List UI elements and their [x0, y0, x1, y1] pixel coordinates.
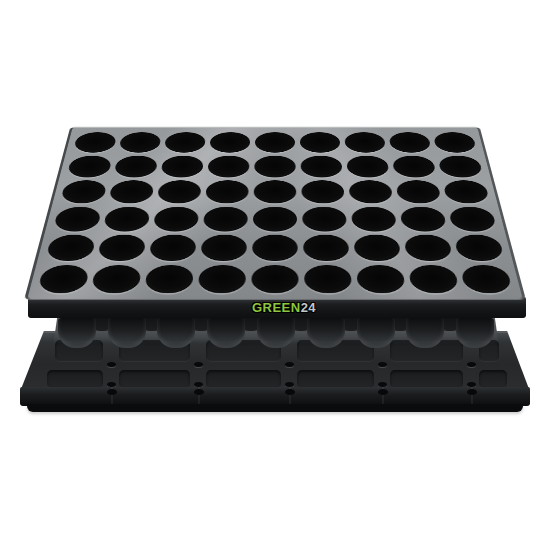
cell-hole — [301, 180, 345, 203]
tray-cell — [49, 205, 105, 233]
tray-cell — [249, 233, 301, 263]
tray-cell — [301, 263, 356, 295]
tray-cell — [298, 154, 346, 179]
tray-cell — [440, 179, 494, 205]
tray-cell — [200, 205, 251, 233]
cell-hole — [353, 235, 401, 261]
cell-hole — [303, 235, 350, 261]
cell-hole — [448, 207, 498, 232]
cell-cup-bottom — [307, 318, 345, 348]
cell-cup-bottom — [207, 318, 245, 348]
cell-hole — [408, 265, 460, 293]
product-photo: GREEN24 — [0, 0, 550, 550]
cell-hole — [103, 207, 151, 232]
cell-hole — [255, 132, 295, 152]
cell-hole — [403, 235, 453, 261]
tray-cell — [248, 263, 302, 295]
tray-cell — [251, 154, 298, 179]
tray-cell — [105, 179, 157, 205]
cell-hole — [205, 180, 249, 203]
cell-cup-bottom — [406, 318, 444, 348]
cell-cup-bottom — [157, 318, 195, 348]
tray-cell — [202, 179, 251, 205]
tray-cell — [197, 233, 250, 263]
tray-cell — [57, 179, 111, 205]
cell-hole — [356, 265, 406, 293]
tray-cell — [299, 205, 350, 233]
cell-grid — [24, 127, 526, 300]
cell-hole — [90, 265, 142, 293]
tray-cell — [63, 154, 115, 179]
cell-hole — [460, 265, 513, 293]
tray-cell — [115, 131, 164, 154]
tray-cell — [405, 263, 463, 295]
tray-cell — [161, 131, 209, 154]
base-bottom-lip — [27, 404, 523, 412]
cell-hole — [251, 265, 299, 293]
cell-hole — [53, 207, 103, 232]
tray-cell — [389, 154, 440, 179]
tray-cell — [141, 263, 197, 295]
tray-cell — [93, 233, 149, 263]
cell-hole — [254, 156, 296, 178]
cell-hole — [437, 156, 483, 178]
cell-hole — [113, 156, 158, 178]
tray-cell — [400, 233, 456, 263]
drain-dimple — [378, 362, 387, 367]
cell-hole — [207, 156, 249, 178]
cell-hole — [144, 265, 194, 293]
cell-hole — [300, 156, 342, 178]
tray-cell — [33, 263, 93, 295]
tray-cell — [445, 205, 501, 233]
cell-hole — [454, 235, 505, 261]
wall-dimple — [467, 389, 477, 395]
tray-cell — [110, 154, 161, 179]
cell-hole — [200, 235, 247, 261]
wall-dimple — [285, 389, 295, 395]
wall-dimple — [194, 389, 204, 395]
tray-cell — [300, 233, 353, 263]
tray-cell — [251, 179, 300, 205]
tray-cell — [348, 205, 401, 233]
tray-cell — [350, 233, 404, 263]
cell-hole — [304, 265, 353, 293]
tray-cell — [393, 179, 445, 205]
tray-cell — [353, 263, 409, 295]
cell-hole — [395, 180, 441, 203]
tray-cell — [99, 205, 153, 233]
cell-hole — [60, 180, 108, 203]
tray-cell — [343, 154, 392, 179]
cell-hole — [108, 180, 154, 203]
cell-hole — [45, 235, 96, 261]
cell-hole — [252, 235, 298, 261]
cell-hole — [253, 180, 296, 203]
tray-cell — [154, 179, 205, 205]
cell-hole — [97, 235, 147, 261]
tray-cell — [386, 131, 435, 154]
tray-cell — [341, 131, 389, 154]
cell-cup-bottom — [108, 318, 146, 348]
tray-cell — [297, 131, 343, 154]
cell-hole — [433, 132, 478, 152]
cell-hole — [302, 207, 347, 232]
tray-cell — [250, 205, 300, 233]
cell-hole — [164, 132, 206, 152]
cell-hole — [37, 265, 90, 293]
tray-cell — [396, 205, 450, 233]
cup-band — [52, 316, 500, 354]
tray-cell — [207, 131, 253, 154]
drain-dimple — [194, 362, 203, 367]
cell-hole — [346, 156, 390, 178]
cell-hole — [399, 207, 447, 232]
cell-hole — [300, 132, 341, 152]
brand-logo-number-text: 24 — [301, 300, 316, 315]
tray-cell — [194, 263, 249, 295]
cell-hole — [160, 156, 204, 178]
drain-dimple — [467, 362, 476, 367]
tray-cell — [299, 179, 348, 205]
tray-cell — [435, 154, 487, 179]
cell-hole — [442, 180, 490, 203]
tray-cell — [430, 131, 480, 154]
tray-cell — [346, 179, 397, 205]
tray-cell — [252, 131, 298, 154]
cell-hole — [253, 207, 297, 232]
tray-cell — [457, 263, 517, 295]
cell-hole — [198, 265, 247, 293]
cell-cup-bottom — [456, 318, 494, 348]
cell-hole — [344, 132, 386, 152]
drain-dimple — [107, 362, 116, 367]
cell-hole — [348, 180, 393, 203]
cell-hole — [73, 132, 118, 152]
tray-front-edge: GREEN24 — [28, 297, 526, 318]
cell-hole — [118, 132, 161, 152]
cell-hole — [157, 180, 202, 203]
cell-hole — [66, 156, 112, 178]
wall-dimple — [107, 389, 117, 395]
cell-hole — [203, 207, 248, 232]
cell-hole — [392, 156, 437, 178]
cell-hole — [351, 207, 398, 232]
drain-dimple — [285, 362, 294, 367]
cell-hole — [148, 235, 196, 261]
tray-cell — [70, 131, 120, 154]
brand-logo: GREEN24 — [252, 301, 316, 314]
tray-cell — [87, 263, 145, 295]
cell-hole — [388, 132, 431, 152]
cell-cup-bottom — [357, 318, 395, 348]
tray-cell — [150, 205, 203, 233]
tray-cell — [451, 233, 509, 263]
tray-cell — [204, 154, 252, 179]
brand-logo-green-text: GREEN — [252, 300, 301, 315]
cell-hole — [153, 207, 200, 232]
cell-hole — [209, 132, 250, 152]
tray-cell — [145, 233, 199, 263]
tray-cell — [157, 154, 206, 179]
wall-dimple — [378, 389, 388, 395]
cell-cup-bottom — [257, 318, 295, 348]
cell-cup-bottom — [58, 318, 96, 348]
tray-cell — [42, 233, 100, 263]
